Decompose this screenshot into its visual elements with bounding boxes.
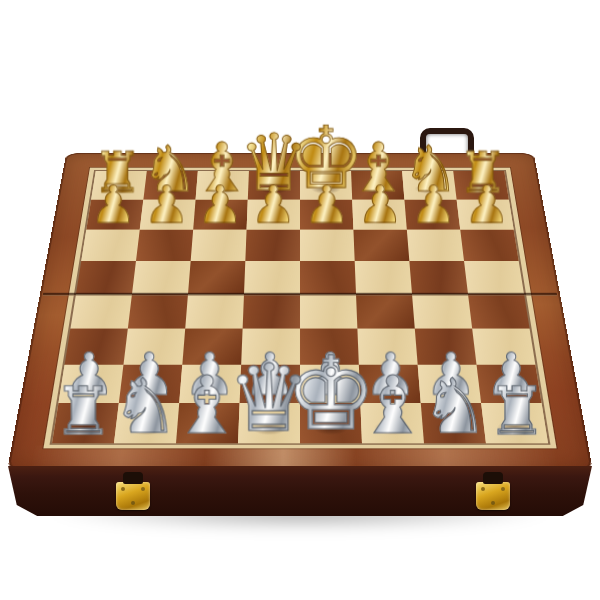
square-h1[interactable]: ♜ bbox=[481, 403, 548, 443]
square-h4[interactable] bbox=[468, 294, 530, 329]
square-c7[interactable]: ♟ bbox=[193, 200, 248, 230]
silver-rook[interactable]: ♜ bbox=[487, 381, 546, 442]
silver-bishop[interactable]: ♝ bbox=[357, 369, 428, 442]
square-c4[interactable] bbox=[185, 294, 244, 329]
square-d4[interactable] bbox=[243, 294, 300, 329]
square-a6[interactable] bbox=[81, 230, 139, 261]
square-b1[interactable]: ♞ bbox=[114, 403, 179, 443]
gold-pawn[interactable]: ♟ bbox=[304, 181, 350, 228]
square-g4[interactable] bbox=[412, 294, 472, 329]
square-e5[interactable] bbox=[300, 261, 356, 294]
chess-board: ♜♞♝♛♚♝♞♜♟♟♟♟♟♟♟♟♟♟♟♟♟♟♟♟♜♞♝♛♚♝♞♜ bbox=[7, 153, 593, 470]
square-b5[interactable] bbox=[132, 261, 191, 294]
square-c6[interactable] bbox=[191, 230, 247, 261]
gold-pawn[interactable]: ♟ bbox=[250, 181, 296, 228]
clasp-right[interactable] bbox=[476, 482, 510, 510]
square-h5[interactable] bbox=[464, 261, 524, 294]
silver-queen[interactable]: ♛ bbox=[227, 356, 310, 441]
square-h6[interactable] bbox=[460, 230, 518, 261]
square-g5[interactable] bbox=[409, 261, 468, 294]
gold-pawn[interactable]: ♟ bbox=[410, 181, 456, 228]
square-e7[interactable]: ♟ bbox=[300, 200, 353, 230]
box-front-panel bbox=[8, 466, 592, 516]
silver-knight[interactable]: ♞ bbox=[111, 373, 178, 442]
square-f5[interactable] bbox=[355, 261, 412, 294]
gold-pawn[interactable]: ♟ bbox=[90, 181, 136, 228]
square-f7[interactable]: ♟ bbox=[352, 200, 407, 230]
gold-pawn[interactable]: ♟ bbox=[143, 181, 189, 228]
square-a5[interactable] bbox=[76, 261, 136, 294]
square-b7[interactable]: ♟ bbox=[140, 200, 196, 230]
silver-knight[interactable]: ♞ bbox=[421, 373, 488, 442]
square-g1[interactable]: ♞ bbox=[421, 403, 486, 443]
square-e6[interactable] bbox=[300, 230, 355, 261]
square-a1[interactable]: ♜ bbox=[52, 403, 119, 443]
square-d5[interactable] bbox=[244, 261, 300, 294]
board-squares-grid: ♜♞♝♛♚♝♞♜♟♟♟♟♟♟♟♟♟♟♟♟♟♟♟♟♜♞♝♛♚♝♞♜ bbox=[52, 171, 548, 443]
square-c5[interactable] bbox=[188, 261, 245, 294]
square-f1[interactable]: ♝ bbox=[360, 403, 424, 443]
frame-gloss-reflection bbox=[19, 445, 581, 468]
square-b6[interactable] bbox=[136, 230, 193, 261]
square-a7[interactable]: ♟ bbox=[86, 200, 143, 230]
square-a4[interactable] bbox=[70, 294, 132, 329]
square-h7[interactable]: ♟ bbox=[457, 200, 514, 230]
chess-set-photo: ♜♞♝♛♚♝♞♜♟♟♟♟♟♟♟♟♟♟♟♟♟♟♟♟♜♞♝♛♚♝♞♜ bbox=[0, 0, 600, 600]
square-d1[interactable]: ♛ bbox=[238, 403, 300, 443]
square-e4[interactable] bbox=[300, 294, 357, 329]
gold-pawn[interactable]: ♟ bbox=[464, 181, 510, 228]
gold-pawn[interactable]: ♟ bbox=[357, 181, 403, 228]
square-g7[interactable]: ♟ bbox=[404, 200, 460, 230]
square-b4[interactable] bbox=[128, 294, 188, 329]
gold-pawn[interactable]: ♟ bbox=[197, 181, 243, 228]
silver-rook[interactable]: ♜ bbox=[53, 381, 112, 442]
square-f6[interactable] bbox=[353, 230, 409, 261]
square-d6[interactable] bbox=[245, 230, 300, 261]
square-g6[interactable] bbox=[407, 230, 464, 261]
square-d7[interactable]: ♟ bbox=[247, 200, 300, 230]
square-f4[interactable] bbox=[356, 294, 415, 329]
clasp-left[interactable] bbox=[116, 482, 150, 510]
